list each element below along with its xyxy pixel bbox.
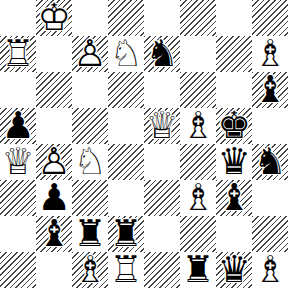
- square-d3[interactable]: [108, 180, 144, 216]
- piece-halo: ♛: [216, 252, 252, 288]
- piece-glyph: ♞: [144, 36, 180, 72]
- square-h2[interactable]: [252, 216, 288, 252]
- piece-white-bishop: ♝♗: [180, 180, 216, 216]
- piece-glyph: ♖: [108, 252, 144, 288]
- piece-glyph: ♟: [36, 180, 72, 216]
- square-g6[interactable]: [216, 72, 252, 108]
- chess-board: ♚♔♜♖♟♙♞♘♞♞♝♗♝♝♟♟♛♕♝♗♚♚♛♕♟♙♞♘♛♛♞♞♟♟♝♗♝♝♝♝…: [0, 0, 288, 288]
- square-d5[interactable]: [108, 108, 144, 144]
- square-e8[interactable]: [144, 0, 180, 36]
- square-c7[interactable]: ♟♙: [72, 36, 108, 72]
- square-d2[interactable]: ♜♜: [108, 216, 144, 252]
- piece-halo: ♚: [216, 108, 252, 144]
- piece-halo: ♞: [144, 36, 180, 72]
- piece-glyph: ♚: [216, 108, 252, 144]
- square-e5[interactable]: ♛♕: [144, 108, 180, 144]
- square-a7[interactable]: ♜♖: [0, 36, 36, 72]
- square-b2[interactable]: ♝♝: [36, 216, 72, 252]
- square-a2[interactable]: [0, 216, 36, 252]
- square-e6[interactable]: [144, 72, 180, 108]
- square-f1[interactable]: ♜♜: [180, 252, 216, 288]
- square-d6[interactable]: [108, 72, 144, 108]
- piece-halo: ♜: [108, 216, 144, 252]
- piece-white-queen: ♛♕: [144, 108, 180, 144]
- square-e1[interactable]: [144, 252, 180, 288]
- square-b1[interactable]: [36, 252, 72, 288]
- piece-black-bishop: ♝♝: [252, 72, 288, 108]
- piece-black-knight: ♞♞: [252, 144, 288, 180]
- square-c2[interactable]: ♜♜: [72, 216, 108, 252]
- square-b8[interactable]: ♚♔: [36, 0, 72, 36]
- square-c3[interactable]: [72, 180, 108, 216]
- piece-halo: ♛: [216, 144, 252, 180]
- piece-halo: ♝: [36, 216, 72, 252]
- piece-halo: ♝: [180, 108, 216, 144]
- square-d7[interactable]: ♞♘: [108, 36, 144, 72]
- square-b7[interactable]: [36, 36, 72, 72]
- piece-black-king: ♚♚: [216, 108, 252, 144]
- piece-glyph: ♜: [108, 216, 144, 252]
- piece-glyph: ♘: [108, 36, 144, 72]
- piece-white-knight: ♞♘: [72, 144, 108, 180]
- piece-halo: ♞: [108, 36, 144, 72]
- square-c1[interactable]: ♝♗: [72, 252, 108, 288]
- piece-halo: ♜: [0, 36, 36, 72]
- piece-white-pawn: ♟♙: [72, 36, 108, 72]
- square-d8[interactable]: [108, 0, 144, 36]
- square-b6[interactable]: [36, 72, 72, 108]
- square-h1[interactable]: ♝♗: [252, 252, 288, 288]
- piece-glyph: ♕: [144, 108, 180, 144]
- piece-halo: ♞: [252, 144, 288, 180]
- square-h6[interactable]: ♝♝: [252, 72, 288, 108]
- piece-glyph: ♜: [180, 252, 216, 288]
- piece-glyph: ♛: [216, 144, 252, 180]
- piece-glyph: ♙: [36, 144, 72, 180]
- square-f3[interactable]: ♝♗: [180, 180, 216, 216]
- piece-halo: ♝: [252, 252, 288, 288]
- square-e4[interactable]: [144, 144, 180, 180]
- square-b3[interactable]: ♟♟: [36, 180, 72, 216]
- piece-white-king: ♚♔: [36, 0, 72, 36]
- square-g1[interactable]: ♛♛: [216, 252, 252, 288]
- piece-glyph: ♔: [36, 0, 72, 36]
- piece-black-rook: ♜♜: [180, 252, 216, 288]
- piece-black-pawn: ♟♟: [0, 108, 36, 144]
- piece-halo: ♟: [36, 180, 72, 216]
- square-c5[interactable]: [72, 108, 108, 144]
- square-c4[interactable]: ♞♘: [72, 144, 108, 180]
- square-a1[interactable]: [0, 252, 36, 288]
- piece-glyph: ♝: [216, 180, 252, 216]
- piece-glyph: ♗: [252, 252, 288, 288]
- piece-glyph: ♗: [72, 252, 108, 288]
- square-g3[interactable]: ♝♝: [216, 180, 252, 216]
- piece-glyph: ♛: [216, 252, 252, 288]
- piece-halo: ♟: [36, 144, 72, 180]
- piece-glyph: ♝: [36, 216, 72, 252]
- piece-halo: ♝: [72, 252, 108, 288]
- square-f6[interactable]: [180, 72, 216, 108]
- square-e3[interactable]: [144, 180, 180, 216]
- piece-halo: ♝: [216, 180, 252, 216]
- piece-halo: ♞: [72, 144, 108, 180]
- piece-black-bishop: ♝♝: [216, 180, 252, 216]
- square-d1[interactable]: ♜♖: [108, 252, 144, 288]
- square-g2[interactable]: [216, 216, 252, 252]
- piece-black-pawn: ♟♟: [36, 180, 72, 216]
- piece-white-bishop: ♝♗: [252, 252, 288, 288]
- square-f5[interactable]: ♝♗: [180, 108, 216, 144]
- square-a5[interactable]: ♟♟: [0, 108, 36, 144]
- piece-white-pawn: ♟♙: [36, 144, 72, 180]
- piece-halo: ♟: [72, 36, 108, 72]
- piece-glyph: ♗: [180, 108, 216, 144]
- piece-glyph: ♗: [252, 36, 288, 72]
- square-g7[interactable]: [216, 36, 252, 72]
- square-e7[interactable]: ♞♞: [144, 36, 180, 72]
- piece-halo: ♝: [252, 36, 288, 72]
- square-b4[interactable]: ♟♙: [36, 144, 72, 180]
- piece-halo: ♜: [108, 252, 144, 288]
- piece-halo: ♜: [72, 216, 108, 252]
- piece-white-knight: ♞♘: [108, 36, 144, 72]
- square-g4[interactable]: ♛♛: [216, 144, 252, 180]
- square-b5[interactable]: [36, 108, 72, 144]
- piece-black-knight: ♞♞: [144, 36, 180, 72]
- square-d4[interactable]: [108, 144, 144, 180]
- piece-white-bishop: ♝♗: [252, 36, 288, 72]
- piece-glyph: ♗: [180, 180, 216, 216]
- piece-glyph: ♟: [0, 108, 36, 144]
- piece-white-bishop: ♝♗: [72, 252, 108, 288]
- piece-halo: ♛: [144, 108, 180, 144]
- piece-black-rook: ♜♜: [108, 216, 144, 252]
- square-f4[interactable]: [180, 144, 216, 180]
- square-e2[interactable]: [144, 216, 180, 252]
- square-h4[interactable]: ♞♞: [252, 144, 288, 180]
- square-a3[interactable]: [0, 180, 36, 216]
- square-g8[interactable]: [216, 0, 252, 36]
- piece-glyph: ♝: [252, 72, 288, 108]
- square-a4[interactable]: ♛♕: [0, 144, 36, 180]
- square-a6[interactable]: [0, 72, 36, 108]
- square-h3[interactable]: [252, 180, 288, 216]
- piece-black-bishop: ♝♝: [36, 216, 72, 252]
- piece-halo: ♝: [252, 72, 288, 108]
- piece-white-rook: ♜♖: [0, 36, 36, 72]
- piece-halo: ♚: [36, 0, 72, 36]
- piece-white-rook: ♜♖: [108, 252, 144, 288]
- piece-halo: ♛: [0, 144, 36, 180]
- piece-white-queen: ♛♕: [0, 144, 36, 180]
- square-h5[interactable]: [252, 108, 288, 144]
- piece-glyph: ♜: [72, 216, 108, 252]
- square-h7[interactable]: ♝♗: [252, 36, 288, 72]
- piece-black-queen: ♛♛: [216, 144, 252, 180]
- square-g5[interactable]: ♚♚: [216, 108, 252, 144]
- piece-white-bishop: ♝♗: [180, 108, 216, 144]
- piece-glyph: ♙: [72, 36, 108, 72]
- piece-glyph: ♞: [252, 144, 288, 180]
- square-f7[interactable]: [180, 36, 216, 72]
- piece-glyph: ♕: [0, 144, 36, 180]
- piece-halo: ♝: [180, 180, 216, 216]
- square-h8[interactable]: [252, 0, 288, 36]
- square-f8[interactable]: [180, 0, 216, 36]
- square-f2[interactable]: [180, 216, 216, 252]
- square-c6[interactable]: [72, 72, 108, 108]
- piece-black-rook: ♜♜: [72, 216, 108, 252]
- piece-halo: ♜: [180, 252, 216, 288]
- piece-glyph: ♘: [72, 144, 108, 180]
- piece-black-queen: ♛♛: [216, 252, 252, 288]
- square-a8[interactable]: [0, 0, 36, 36]
- piece-halo: ♟: [0, 108, 36, 144]
- square-c8[interactable]: [72, 0, 108, 36]
- piece-glyph: ♖: [0, 36, 36, 72]
